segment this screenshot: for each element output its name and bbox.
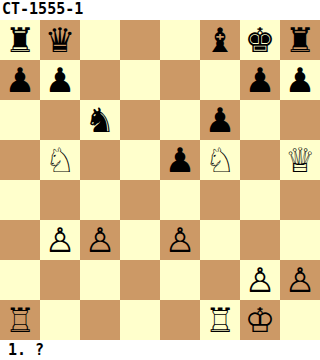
square-a8[interactable]: ♜ bbox=[0, 20, 40, 60]
square-a1[interactable]: ♖ bbox=[0, 300, 40, 340]
square-h3[interactable] bbox=[280, 220, 320, 260]
square-c2[interactable] bbox=[80, 260, 120, 300]
piece-white-rook: ♖ bbox=[200, 300, 240, 340]
square-e5[interactable]: ♟ bbox=[160, 140, 200, 180]
square-c3[interactable]: ♙ bbox=[80, 220, 120, 260]
square-f1[interactable]: ♖ bbox=[200, 300, 240, 340]
piece-black-pawn: ♟ bbox=[160, 140, 200, 180]
square-h8[interactable]: ♜ bbox=[280, 20, 320, 60]
square-d6[interactable] bbox=[120, 100, 160, 140]
piece-white-knight: ♘ bbox=[40, 140, 80, 180]
piece-white-pawn: ♙ bbox=[240, 260, 280, 300]
square-e7[interactable] bbox=[160, 60, 200, 100]
square-g7[interactable]: ♟ bbox=[240, 60, 280, 100]
square-h4[interactable] bbox=[280, 180, 320, 220]
square-e2[interactable] bbox=[160, 260, 200, 300]
chess-board: ♜♛♝♚♜♟♟♟♟♞♟♘♟♘♕♙♙♙♙♙♖♖♔ bbox=[0, 20, 320, 340]
square-a6[interactable] bbox=[0, 100, 40, 140]
piece-black-pawn: ♟ bbox=[0, 60, 40, 100]
piece-black-pawn: ♟ bbox=[280, 60, 320, 100]
piece-black-rook: ♜ bbox=[280, 20, 320, 60]
square-a7[interactable]: ♟ bbox=[0, 60, 40, 100]
square-d8[interactable] bbox=[120, 20, 160, 60]
piece-black-queen: ♛ bbox=[40, 20, 80, 60]
square-b7[interactable]: ♟ bbox=[40, 60, 80, 100]
move-prompt: 1. ? bbox=[0, 340, 320, 360]
square-e4[interactable] bbox=[160, 180, 200, 220]
square-f5[interactable]: ♘ bbox=[200, 140, 240, 180]
square-d1[interactable] bbox=[120, 300, 160, 340]
square-d3[interactable] bbox=[120, 220, 160, 260]
square-b4[interactable] bbox=[40, 180, 80, 220]
square-d5[interactable] bbox=[120, 140, 160, 180]
square-f3[interactable] bbox=[200, 220, 240, 260]
square-g1[interactable]: ♔ bbox=[240, 300, 280, 340]
square-a5[interactable] bbox=[0, 140, 40, 180]
piece-white-pawn: ♙ bbox=[280, 260, 320, 300]
piece-black-bishop: ♝ bbox=[200, 20, 240, 60]
square-g5[interactable] bbox=[240, 140, 280, 180]
square-d4[interactable] bbox=[120, 180, 160, 220]
square-c1[interactable] bbox=[80, 300, 120, 340]
square-b8[interactable]: ♛ bbox=[40, 20, 80, 60]
piece-black-pawn: ♟ bbox=[40, 60, 80, 100]
piece-black-king: ♚ bbox=[240, 20, 280, 60]
square-b1[interactable] bbox=[40, 300, 80, 340]
square-c8[interactable] bbox=[80, 20, 120, 60]
square-a2[interactable] bbox=[0, 260, 40, 300]
square-c5[interactable] bbox=[80, 140, 120, 180]
square-f2[interactable] bbox=[200, 260, 240, 300]
square-h2[interactable]: ♙ bbox=[280, 260, 320, 300]
piece-white-pawn: ♙ bbox=[40, 220, 80, 260]
square-e1[interactable] bbox=[160, 300, 200, 340]
piece-white-pawn: ♙ bbox=[160, 220, 200, 260]
square-g8[interactable]: ♚ bbox=[240, 20, 280, 60]
square-e8[interactable] bbox=[160, 20, 200, 60]
square-c6[interactable]: ♞ bbox=[80, 100, 120, 140]
square-h5[interactable]: ♕ bbox=[280, 140, 320, 180]
piece-white-rook: ♖ bbox=[0, 300, 40, 340]
piece-white-pawn: ♙ bbox=[80, 220, 120, 260]
square-f8[interactable]: ♝ bbox=[200, 20, 240, 60]
square-e3[interactable]: ♙ bbox=[160, 220, 200, 260]
square-b3[interactable]: ♙ bbox=[40, 220, 80, 260]
square-h1[interactable] bbox=[280, 300, 320, 340]
square-h7[interactable]: ♟ bbox=[280, 60, 320, 100]
piece-white-knight: ♘ bbox=[200, 140, 240, 180]
square-h6[interactable] bbox=[280, 100, 320, 140]
square-a3[interactable] bbox=[0, 220, 40, 260]
square-b6[interactable] bbox=[40, 100, 80, 140]
piece-white-queen: ♕ bbox=[280, 140, 320, 180]
square-d7[interactable] bbox=[120, 60, 160, 100]
piece-black-pawn: ♟ bbox=[200, 100, 240, 140]
square-f7[interactable] bbox=[200, 60, 240, 100]
square-f6[interactable]: ♟ bbox=[200, 100, 240, 140]
square-g4[interactable] bbox=[240, 180, 280, 220]
square-c7[interactable] bbox=[80, 60, 120, 100]
square-e6[interactable] bbox=[160, 100, 200, 140]
piece-white-king: ♔ bbox=[240, 300, 280, 340]
square-d2[interactable] bbox=[120, 260, 160, 300]
piece-black-rook: ♜ bbox=[0, 20, 40, 60]
piece-black-knight: ♞ bbox=[80, 100, 120, 140]
square-b5[interactable]: ♘ bbox=[40, 140, 80, 180]
square-g2[interactable]: ♙ bbox=[240, 260, 280, 300]
square-f4[interactable] bbox=[200, 180, 240, 220]
square-g3[interactable] bbox=[240, 220, 280, 260]
square-c4[interactable] bbox=[80, 180, 120, 220]
square-a4[interactable] bbox=[0, 180, 40, 220]
square-g6[interactable] bbox=[240, 100, 280, 140]
puzzle-title: CT-1555-1 bbox=[0, 0, 320, 20]
piece-black-pawn: ♟ bbox=[240, 60, 280, 100]
square-b2[interactable] bbox=[40, 260, 80, 300]
